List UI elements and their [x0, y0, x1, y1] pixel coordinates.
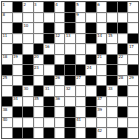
cell-r6c10[interactable]: 21 — [97, 55, 107, 65]
cell-r2c1[interactable]: 8 — [2, 13, 12, 23]
cell-r9c6[interactable] — [55, 86, 65, 96]
cell-r13c3-block — [23, 128, 33, 138]
clue-number: 16 — [45, 44, 50, 49]
cell-r11c2-block — [13, 107, 23, 117]
clue-number: 9 — [76, 13, 78, 18]
cell-r3c5-block — [44, 23, 54, 33]
cell-r7c4[interactable]: 23 — [34, 65, 44, 75]
cell-r2c6[interactable] — [55, 13, 65, 23]
cell-r9c3[interactable]: 30 — [23, 86, 33, 96]
cell-r7c10[interactable] — [97, 65, 107, 75]
cell-r3c10[interactable] — [97, 23, 107, 33]
cell-r13c7-block — [65, 128, 75, 138]
cell-r2c13[interactable] — [128, 13, 138, 23]
cell-r13c13[interactable] — [128, 128, 138, 138]
clue-number: 5 — [76, 2, 78, 7]
cell-r5c3[interactable] — [23, 44, 33, 54]
clue-number: 34 — [13, 97, 18, 102]
cell-r1c5-block — [44, 2, 54, 12]
cell-r13c9-block — [86, 128, 96, 138]
cell-r8c5-block — [44, 76, 54, 86]
cell-r12c3[interactable] — [23, 118, 33, 128]
cell-r5c6[interactable] — [55, 44, 65, 54]
clue-number: 1 — [3, 2, 5, 7]
cell-r4c8[interactable] — [76, 34, 86, 44]
cell-r5c5[interactable]: 16 — [44, 44, 54, 54]
cell-r8c7-block — [65, 76, 75, 86]
cell-r3c2-block — [13, 23, 23, 33]
clue-number: 7 — [129, 2, 131, 7]
cell-r5c9[interactable] — [86, 44, 96, 54]
cell-r7c12[interactable] — [118, 65, 128, 75]
clue-number: 15 — [108, 34, 113, 39]
cell-r4c4[interactable] — [34, 34, 44, 44]
cell-r5c4-block — [34, 44, 44, 54]
clue-number: 10 — [24, 23, 29, 28]
cell-r1c6[interactable]: 4 — [55, 2, 65, 12]
cell-r12c5[interactable] — [44, 118, 54, 128]
cell-r1c3[interactable]: 2 — [23, 2, 33, 12]
cell-r7c7-block — [65, 65, 75, 75]
cell-r11c8[interactable] — [76, 107, 86, 117]
clue-number: 20 — [34, 55, 39, 60]
clue-number: 40 — [3, 118, 8, 123]
cell-r1c1[interactable]: 1 — [2, 2, 12, 12]
cell-r7c3-block — [23, 65, 33, 75]
cell-r10c11[interactable] — [107, 97, 117, 107]
cell-r10c2[interactable]: 34 — [13, 97, 23, 107]
clue-number: 19 — [13, 55, 18, 60]
cell-r9c13[interactable] — [128, 86, 138, 96]
cell-r7c9[interactable]: 24 — [86, 65, 96, 75]
cell-r6c6[interactable] — [55, 55, 65, 65]
cell-r5c7[interactable] — [65, 44, 75, 54]
cell-r8c9-block — [86, 76, 96, 86]
clue-number: 36 — [55, 97, 60, 102]
clue-number: 33 — [108, 86, 113, 91]
cell-r4c13-block — [128, 34, 138, 44]
cell-r11c12-block — [118, 107, 128, 117]
cell-r12c7-block — [65, 118, 75, 128]
cell-r9c12-block — [118, 86, 128, 96]
cell-r2c7-block — [65, 13, 75, 23]
clue-number: 39 — [97, 107, 102, 112]
clue-number: 35 — [34, 97, 39, 102]
cell-r5c12-block — [118, 44, 128, 54]
cell-r12c1[interactable]: 40 — [2, 118, 12, 128]
cell-r12c2[interactable] — [13, 118, 23, 128]
clue-number: 13 — [66, 34, 71, 39]
cell-r11c4[interactable] — [34, 107, 44, 117]
cell-r11c3-block — [23, 107, 33, 117]
cell-r1c11-block — [107, 2, 117, 12]
cell-r7c1-block — [2, 65, 12, 75]
cell-r4c12[interactable] — [118, 34, 128, 44]
clue-number: 25 — [3, 76, 8, 81]
cell-r6c2[interactable]: 19 — [13, 55, 23, 65]
cell-r9c1[interactable] — [2, 86, 12, 96]
clue-number: 17 — [129, 44, 134, 49]
cell-r12c13[interactable] — [128, 118, 138, 128]
cell-r6c4[interactable]: 20 — [34, 55, 44, 65]
cell-r9c5[interactable]: 31 — [44, 86, 54, 96]
cell-r7c6-block — [55, 65, 65, 75]
clue-number: 29 — [129, 76, 134, 81]
cell-r13c11[interactable] — [107, 128, 117, 138]
cell-r6c7-block — [65, 55, 75, 65]
cell-r11c5-block — [44, 107, 54, 117]
cell-r10c8[interactable] — [76, 97, 86, 107]
cell-r6c13[interactable] — [128, 55, 138, 65]
cell-r6c11-block — [107, 55, 117, 65]
clue-number: 14 — [97, 34, 102, 39]
clue-number: 30 — [24, 86, 29, 91]
cell-r9c9[interactable] — [86, 86, 96, 96]
cell-r8c2[interactable] — [13, 76, 23, 86]
cell-r10c12[interactable] — [118, 97, 128, 107]
cell-r3c9-block — [86, 23, 96, 33]
cell-r6c9-block — [86, 55, 96, 65]
cell-r1c2-block — [13, 2, 23, 12]
clue-number: 28 — [118, 76, 123, 81]
clue-number: 21 — [97, 55, 102, 60]
cell-r2c12[interactable] — [118, 13, 128, 23]
cell-r13c6[interactable] — [55, 128, 65, 138]
cell-r9c7[interactable]: 32 — [65, 86, 75, 96]
cell-r2c11[interactable] — [107, 13, 117, 23]
cell-r2c8[interactable]: 9 — [76, 13, 86, 23]
cell-r7c13-block — [128, 65, 138, 75]
cell-r2c9[interactable] — [86, 13, 96, 23]
cell-r4c10[interactable]: 14 — [97, 34, 107, 44]
clue-number: 38 — [3, 107, 8, 112]
cell-r4c2[interactable] — [13, 34, 23, 44]
cell-r3c11-block — [107, 23, 117, 33]
cell-r3c1[interactable] — [2, 23, 12, 33]
cell-r12c11[interactable] — [107, 118, 117, 128]
cell-r9c2-block — [13, 86, 23, 96]
cell-r8c8[interactable]: 27 — [76, 76, 86, 86]
clue-number: 12 — [55, 34, 60, 39]
crossword-page: 1234567891011121314151617181920212223242… — [0, 0, 140, 140]
cell-r8c6[interactable]: 26 — [55, 76, 65, 86]
clue-number: 26 — [55, 76, 60, 81]
cell-r8c10[interactable] — [97, 76, 107, 86]
cell-r11c10[interactable]: 39 — [97, 107, 107, 117]
clue-number: 3 — [34, 2, 36, 7]
clue-number: 11 — [3, 34, 8, 39]
cell-r13c5-block — [44, 128, 54, 138]
cell-r10c6[interactable]: 36 — [55, 97, 65, 107]
cell-r10c4[interactable]: 35 — [34, 97, 44, 107]
cell-r4c11[interactable]: 15 — [107, 34, 117, 44]
cell-r5c10-block — [97, 44, 107, 54]
cell-r2c5[interactable] — [44, 13, 54, 23]
cell-r6c12[interactable]: 22 — [118, 55, 128, 65]
cell-r8c4[interactable] — [34, 76, 44, 86]
cell-r1c8[interactable]: 5 — [76, 2, 86, 12]
clue-number: 42 — [97, 128, 102, 133]
cell-r10c3[interactable] — [23, 97, 33, 107]
cell-r11c7-block — [65, 107, 75, 117]
cell-r10c7[interactable] — [65, 97, 75, 107]
cell-r3c13[interactable] — [128, 23, 138, 33]
cell-r12c6[interactable] — [55, 118, 65, 128]
cell-r6c8[interactable] — [76, 55, 86, 65]
cell-r8c13[interactable]: 29 — [128, 76, 138, 86]
cell-r13c8[interactable] — [76, 128, 86, 138]
cell-r7c11-block — [107, 65, 117, 75]
cell-r8c1[interactable]: 25 — [2, 76, 12, 86]
cell-r7c2[interactable] — [13, 65, 23, 75]
cell-r8c11-block — [107, 76, 117, 86]
cell-r1c9-block — [86, 2, 96, 12]
cell-r10c13[interactable] — [128, 97, 138, 107]
clue-number: 8 — [3, 13, 5, 18]
cell-r7c8-block — [76, 65, 86, 75]
clue-number: 18 — [3, 55, 8, 60]
cell-r5c11[interactable] — [107, 44, 117, 54]
cell-r3c6[interactable] — [55, 23, 65, 33]
cell-r13c10[interactable]: 42 — [97, 128, 107, 138]
clue-number: 6 — [97, 2, 99, 7]
cell-r2c4[interactable] — [34, 13, 44, 23]
cell-r10c10[interactable]: 37 — [97, 97, 107, 107]
cell-r4c6[interactable]: 12 — [55, 34, 65, 44]
cell-r9c8[interactable] — [76, 86, 86, 96]
cell-r13c4[interactable] — [34, 128, 44, 138]
cell-r4c5-block — [44, 34, 54, 44]
cell-r5c2-block — [13, 44, 23, 54]
cell-r1c12-block — [118, 2, 128, 12]
cell-r12c8[interactable]: 41 — [76, 118, 86, 128]
cell-r1c10[interactable]: 6 — [97, 2, 107, 12]
cell-r8c12[interactable]: 28 — [118, 76, 128, 86]
cell-r3c8[interactable] — [76, 23, 86, 33]
cell-r2c2[interactable] — [13, 13, 23, 23]
cell-r4c9-block — [86, 34, 96, 44]
cell-r12c10[interactable] — [97, 118, 107, 128]
cell-r3c7-block — [65, 23, 75, 33]
cell-r12c4[interactable] — [34, 118, 44, 128]
cell-r4c3[interactable] — [23, 34, 33, 44]
cell-r9c4-block — [34, 86, 44, 96]
cell-r1c7-block — [65, 2, 75, 12]
cell-r1c13[interactable]: 7 — [128, 2, 138, 12]
clue-number: 22 — [118, 55, 123, 60]
cell-r3c12-block — [118, 23, 128, 33]
cell-r10c9-block — [86, 97, 96, 107]
clue-number: 2 — [24, 2, 26, 7]
clue-number: 31 — [45, 86, 50, 91]
cell-r8c3-block — [23, 76, 33, 86]
cell-r10c1-block — [2, 97, 12, 107]
crossword-grid: 1234567891011121314151617181920212223242… — [1, 1, 139, 139]
cell-r2c10[interactable] — [97, 13, 107, 23]
cell-r3c3[interactable]: 10 — [23, 23, 33, 33]
cell-r13c1[interactable] — [2, 128, 12, 138]
cell-r10c5-block — [44, 97, 54, 107]
cell-r9c11[interactable]: 33 — [107, 86, 117, 96]
cell-r6c5-block — [44, 55, 54, 65]
cell-r11c9-block — [86, 107, 96, 117]
clue-number: 27 — [76, 76, 81, 81]
cell-r2c3[interactable] — [23, 13, 33, 23]
cell-r12c9[interactable] — [86, 118, 96, 128]
clue-number: 24 — [87, 65, 92, 70]
cell-r4c1[interactable]: 11 — [2, 34, 12, 44]
cell-r5c13[interactable]: 17 — [128, 44, 138, 54]
cell-r4c7[interactable]: 13 — [65, 34, 75, 44]
cell-r7c5[interactable] — [44, 65, 54, 75]
cell-r13c12-block — [118, 128, 128, 138]
cell-r3c4[interactable] — [34, 23, 44, 33]
cell-r6c3-block — [23, 55, 33, 65]
cell-r13c2-block — [13, 128, 23, 138]
cell-r11c1[interactable]: 38 — [2, 107, 12, 117]
cell-r11c6[interactable] — [55, 107, 65, 117]
cell-r9c10-block — [97, 86, 107, 96]
cell-r12c12[interactable] — [118, 118, 128, 128]
cell-r5c1[interactable] — [2, 44, 12, 54]
cell-r5c8[interactable] — [76, 44, 86, 54]
cell-r11c13[interactable] — [128, 107, 138, 117]
clue-number: 23 — [34, 65, 39, 70]
clue-number: 4 — [55, 2, 57, 7]
clue-number: 37 — [97, 97, 102, 102]
cell-r11c11[interactable] — [107, 107, 117, 117]
cell-r6c1[interactable]: 18 — [2, 55, 12, 65]
clue-number: 41 — [76, 118, 81, 123]
cell-r1c4[interactable]: 3 — [34, 2, 44, 12]
clue-number: 32 — [66, 86, 71, 91]
